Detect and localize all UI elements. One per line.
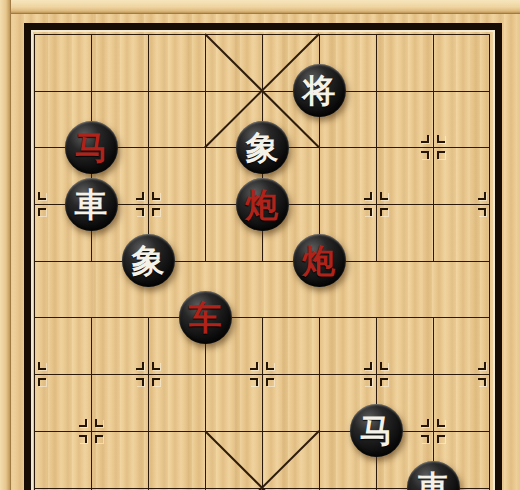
point-marker-corner	[478, 378, 486, 386]
board-cell	[148, 431, 205, 488]
point-marker-corner	[364, 362, 372, 370]
piece-red-horse[interactable]: 马	[65, 121, 118, 174]
point-marker	[364, 362, 388, 386]
point-marker-corner	[421, 151, 429, 159]
point-marker	[421, 135, 445, 159]
board-cell	[148, 91, 205, 148]
point-marker-corner	[79, 419, 87, 427]
point-marker	[79, 419, 103, 443]
piece-black-general[interactable]: 将	[293, 64, 346, 117]
point-marker-corner	[152, 208, 160, 216]
board-edge-top	[0, 0, 520, 14]
point-marker	[22, 362, 46, 386]
point-marker-corner	[152, 378, 160, 386]
point-marker-corner	[364, 378, 372, 386]
point-marker-corner	[437, 135, 445, 143]
point-marker-corner	[38, 208, 46, 216]
point-marker	[136, 192, 160, 216]
point-marker-corner	[95, 435, 103, 443]
point-marker-corner	[380, 192, 388, 200]
point-marker-corner	[266, 362, 274, 370]
point-marker-corner	[478, 362, 486, 370]
point-marker	[250, 362, 274, 386]
point-marker-corner	[136, 378, 144, 386]
point-marker	[478, 362, 502, 386]
point-marker-corner	[478, 192, 486, 200]
piece-red-chariot[interactable]: 车	[179, 291, 232, 344]
point-marker-corner	[380, 208, 388, 216]
point-marker	[421, 419, 445, 443]
piece-black-horse[interactable]: 马	[350, 404, 403, 457]
point-marker-corner	[266, 378, 274, 386]
point-marker-corner	[136, 192, 144, 200]
point-marker	[136, 362, 160, 386]
point-marker-corner	[250, 378, 258, 386]
point-marker-corner	[136, 362, 144, 370]
board-cell	[376, 34, 433, 91]
point-marker-corner	[421, 419, 429, 427]
point-marker-corner	[95, 419, 103, 427]
board-cell	[34, 34, 91, 91]
point-marker-corner	[364, 192, 372, 200]
board-edge-left	[0, 0, 11, 490]
point-marker	[364, 192, 388, 216]
board-cell	[148, 34, 205, 91]
point-marker-corner	[437, 435, 445, 443]
point-marker-corner	[152, 192, 160, 200]
point-marker-corner	[38, 192, 46, 200]
piece-red-cannon[interactable]: 炮	[236, 178, 289, 231]
point-marker-corner	[478, 208, 486, 216]
point-marker-corner	[79, 435, 87, 443]
point-marker-corner	[437, 419, 445, 427]
point-marker-corner	[136, 208, 144, 216]
piece-black-elephant[interactable]: 象	[122, 234, 175, 287]
river-cell	[34, 261, 91, 318]
piece-red-cannon[interactable]: 炮	[293, 234, 346, 287]
point-marker-corner	[250, 362, 258, 370]
board-cell	[91, 34, 148, 91]
point-marker-corner	[421, 135, 429, 143]
point-marker-corner	[364, 208, 372, 216]
piece-black-chariot[interactable]: 車	[65, 178, 118, 231]
point-marker-corner	[380, 378, 388, 386]
point-marker	[478, 192, 502, 216]
point-marker-corner	[38, 378, 46, 386]
point-marker-corner	[152, 362, 160, 370]
point-marker-corner	[421, 435, 429, 443]
piece-black-elephant[interactable]: 象	[236, 121, 289, 174]
river-cell	[376, 261, 433, 318]
point-marker-corner	[437, 151, 445, 159]
board-cell	[433, 34, 490, 91]
point-marker-corner	[380, 362, 388, 370]
river-cell	[433, 261, 490, 318]
point-marker	[22, 192, 46, 216]
point-marker-corner	[38, 362, 46, 370]
xiangqi-board: 将马象車炮象炮车马車	[0, 0, 520, 490]
